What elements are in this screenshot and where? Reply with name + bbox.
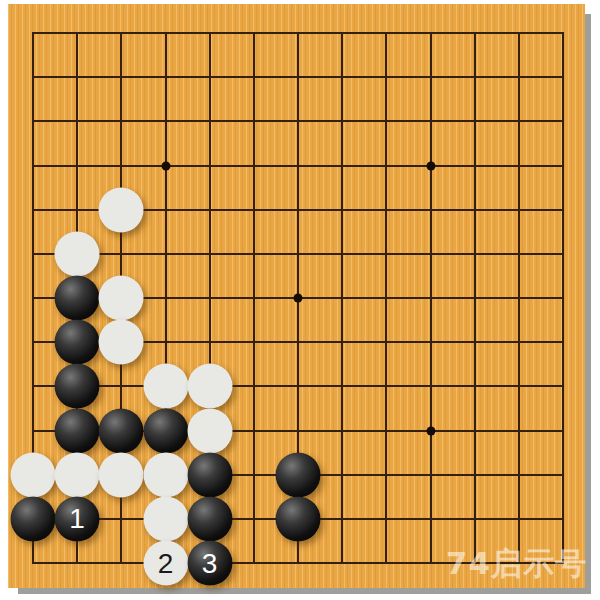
white-stone [143,496,188,541]
grid-line-vertical [341,32,343,564]
white-stone [11,452,56,497]
black-stone [11,496,56,541]
grid-line-vertical [474,32,476,564]
black-stone [187,496,232,541]
page: 74启示号 123 [0,0,600,600]
move-number-label: 1 [69,505,85,533]
star-point [426,161,435,170]
black-stone [55,320,100,365]
black-stone [55,276,100,321]
move-number-label: 3 [202,549,218,577]
grid-line-vertical [518,32,520,564]
white-stone [143,364,188,409]
grid-line-horizontal [32,385,564,387]
white-stone [99,452,144,497]
grid-line-vertical [430,32,432,564]
white-stone [99,276,144,321]
white-stone [187,408,232,453]
black-stone: 1 [55,496,100,541]
black-stone [187,452,232,497]
star-point [426,426,435,435]
white-stone [99,187,144,232]
black-stone: 3 [187,541,232,586]
black-stone [99,408,144,453]
black-stone [55,364,100,409]
black-stone [276,452,321,497]
grid-line-vertical [385,32,387,564]
go-board: 74启示号 123 [8,4,585,588]
grid-line-vertical [562,32,564,564]
watermark: 74启示号 [446,543,587,585]
white-stone [187,364,232,409]
star-point [161,161,170,170]
white-stone [55,452,100,497]
black-stone [55,408,100,453]
move-number-label: 2 [158,549,174,577]
white-stone [143,452,188,497]
white-stone: 2 [143,541,188,586]
black-stone [276,496,321,541]
black-stone [143,408,188,453]
star-point [294,294,303,303]
white-stone [99,320,144,365]
white-stone [55,231,100,276]
